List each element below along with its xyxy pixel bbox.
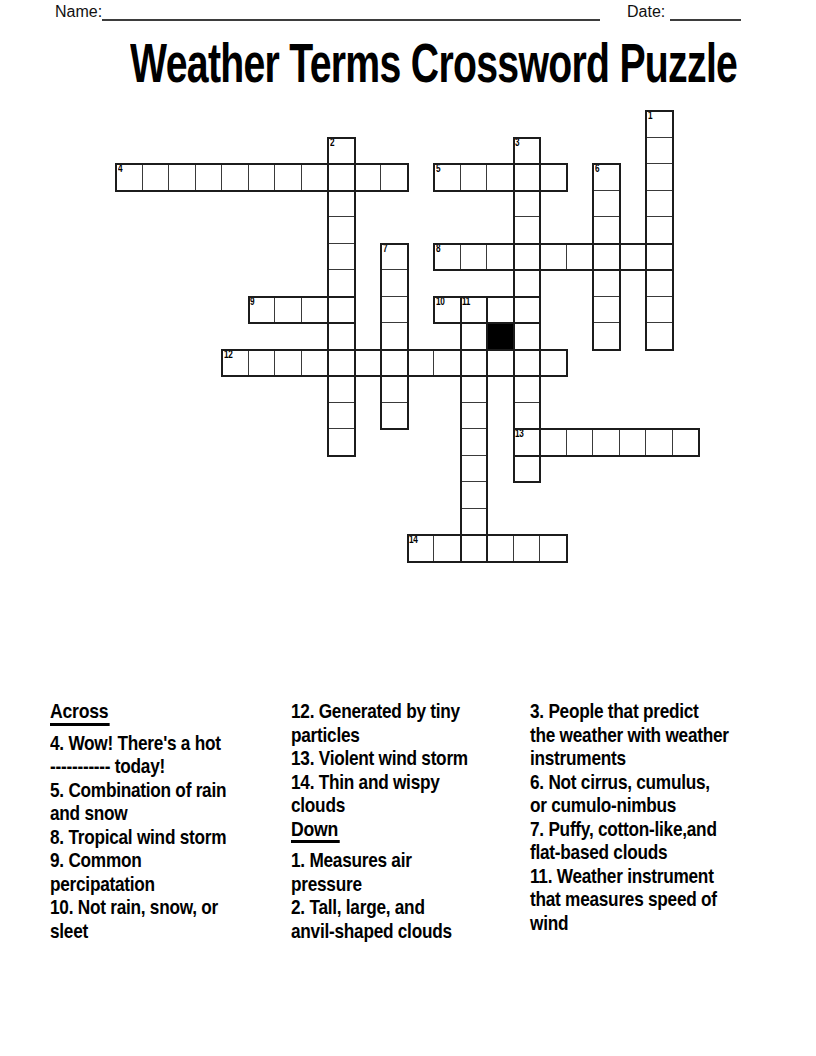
grid-cell[interactable] (645, 428, 674, 457)
clue-9: 9. Commonpercipatation (50, 848, 226, 895)
grid-cell[interactable] (460, 402, 489, 431)
grid-cell[interactable] (142, 163, 171, 192)
clue-4: 4. Wow! There's a hot----------- today! (50, 731, 226, 778)
clue-5: 5. Combination of rainand snow (50, 778, 226, 825)
grid-cell[interactable] (380, 349, 409, 378)
grid-cell[interactable] (460, 163, 489, 192)
grid-cell[interactable] (460, 481, 489, 510)
grid-cell[interactable] (592, 322, 621, 351)
grid-cell[interactable]: 3 (513, 137, 542, 166)
grid-cell[interactable] (592, 428, 621, 457)
clue-10: 10. Not rain, snow, orsleet (50, 895, 226, 942)
grid-cell[interactable] (592, 216, 621, 245)
grid-cell[interactable] (460, 428, 489, 457)
grid-cell[interactable] (645, 269, 674, 298)
grid-cell[interactable] (486, 243, 515, 272)
grid-cell[interactable] (327, 216, 356, 245)
grid-cell[interactable]: 6 (592, 163, 621, 192)
cell-number: 1 (648, 110, 652, 121)
cell-number: 9 (250, 296, 254, 307)
grid-cell[interactable] (274, 163, 303, 192)
grid-cell[interactable] (592, 190, 621, 219)
grid-cell[interactable] (513, 243, 542, 272)
down-heading-row: Down (291, 817, 468, 844)
clue-11: 11. Weather instrumentthat measures spee… (530, 864, 729, 935)
grid-cell[interactable] (513, 402, 542, 431)
grid-cell[interactable] (539, 534, 568, 563)
grid-cell[interactable] (327, 243, 356, 272)
grid-cell[interactable] (672, 428, 701, 457)
grid-cell[interactable] (460, 455, 489, 484)
grid-cell[interactable] (513, 455, 542, 484)
grid-cell[interactable] (248, 349, 277, 378)
grid-cell[interactable] (645, 216, 674, 245)
cell-number: 5 (436, 163, 440, 174)
cell-number: 13 (515, 428, 523, 439)
clue-13: 13. Violent wind storm (291, 746, 468, 770)
grid-cell[interactable] (513, 216, 542, 245)
grid-cell[interactable] (380, 269, 409, 298)
clue-2: 2. Tall, large, andanvil-shaped clouds (291, 895, 468, 942)
clue-column-2: 12. Generated by tinyparticles13. Violen… (291, 699, 468, 942)
across-heading: Across (50, 699, 110, 726)
grid-cell[interactable] (301, 349, 330, 378)
clue-3: 3. People that predictthe weather with w… (530, 699, 729, 770)
cell-number: 11 (462, 296, 470, 307)
grid-cell[interactable] (433, 349, 462, 378)
grid-cell[interactable] (274, 296, 303, 325)
cell-number: 14 (409, 534, 417, 545)
across-heading-row: Across (50, 699, 226, 726)
grid-cell[interactable] (486, 349, 515, 378)
grid-cell[interactable] (513, 269, 542, 298)
clue-7: 7. Puffy, cotton-like,andflat-based clou… (530, 817, 729, 864)
grid-cell[interactable] (221, 163, 250, 192)
grid-cell[interactable] (645, 243, 674, 272)
grid-cell[interactable] (327, 428, 356, 457)
grid-cell[interactable]: 9 (248, 296, 277, 325)
grid-cell[interactable] (460, 534, 489, 563)
cell-number: 12 (224, 349, 232, 360)
grid-cell[interactable] (486, 534, 515, 563)
grid-cell[interactable] (327, 349, 356, 378)
grid-cell[interactable] (513, 296, 542, 325)
grid-cell[interactable] (380, 163, 409, 192)
grid-cell[interactable]: 8 (433, 243, 462, 272)
cell-number: 7 (383, 243, 387, 254)
grid-cell[interactable] (407, 349, 436, 378)
grid-cell[interactable] (539, 428, 568, 457)
grid-cell[interactable] (327, 190, 356, 219)
grid-cell[interactable] (619, 428, 648, 457)
grid-cell[interactable] (327, 296, 356, 325)
grid-cell[interactable] (645, 322, 674, 351)
grid-cell[interactable] (566, 243, 595, 272)
cell-number: 3 (515, 137, 519, 148)
cell-number: 8 (436, 243, 440, 254)
grid-cell[interactable] (327, 375, 356, 404)
grid-cell[interactable] (327, 402, 356, 431)
grid-cell[interactable] (513, 534, 542, 563)
grid-cell[interactable] (539, 243, 568, 272)
grid-cell[interactable] (566, 428, 595, 457)
clue-1: 1. Measures airpressure (291, 848, 468, 895)
down-heading: Down (291, 817, 340, 844)
worksheet-page: { "header": { "name_label": "Name:", "da… (0, 0, 816, 1056)
grid-cell[interactable]: 1 (645, 110, 674, 139)
cell-number: 10 (436, 296, 444, 307)
grid-cell[interactable] (645, 190, 674, 219)
grid-cell[interactable] (486, 163, 515, 192)
grid-cell[interactable] (645, 163, 674, 192)
page-title: Weather Terms Crossword Puzzle (0, 36, 816, 90)
black-cell (486, 322, 515, 351)
clue-column-1: Across4. Wow! There's a hot----------- t… (50, 699, 226, 942)
grid-cell[interactable]: 12 (221, 349, 250, 378)
grid-cell[interactable] (513, 375, 542, 404)
grid-cell[interactable]: 11 (460, 296, 489, 325)
date-label: Date: (627, 3, 665, 21)
grid-cell[interactable] (460, 508, 489, 537)
grid-cell[interactable] (380, 296, 409, 325)
grid-cell[interactable] (274, 349, 303, 378)
clue-14: 14. Thin and wispyclouds (291, 770, 468, 817)
grid-cell[interactable]: 7 (380, 243, 409, 272)
grid-cell[interactable] (380, 322, 409, 351)
grid-cell[interactable] (460, 349, 489, 378)
grid-cell[interactable] (539, 163, 568, 192)
grid-cell[interactable] (460, 375, 489, 404)
grid-cell[interactable] (486, 296, 515, 325)
grid-cell[interactable] (513, 163, 542, 192)
cell-number: 6 (595, 163, 599, 174)
grid-cell[interactable] (327, 163, 356, 192)
grid-cell[interactable]: 2 (327, 137, 356, 166)
grid-cell[interactable] (592, 243, 621, 272)
grid-cell[interactable] (513, 349, 542, 378)
cell-number: 4 (118, 163, 122, 174)
grid-cell[interactable]: 13 (513, 428, 542, 457)
grid-cell[interactable] (513, 190, 542, 219)
name-label: Name: (55, 3, 102, 21)
grid-cell[interactable] (327, 269, 356, 298)
grid-cell[interactable] (354, 349, 383, 378)
grid-cell[interactable] (592, 296, 621, 325)
grid-cell[interactable] (460, 322, 489, 351)
clue-column-3: 3. People that predictthe weather with w… (530, 699, 729, 934)
grid-cell[interactable]: 4 (115, 163, 144, 192)
crossword-grid: 1234567891011121314 (115, 110, 702, 565)
grid-cell[interactable] (460, 243, 489, 272)
clue-8: 8. Tropical wind storm (50, 825, 226, 849)
grid-cell[interactable] (380, 375, 409, 404)
grid-cell[interactable] (354, 163, 383, 192)
grid-cell[interactable] (433, 534, 462, 563)
name-blank-line[interactable] (102, 2, 600, 21)
grid-cell[interactable]: 5 (433, 163, 462, 192)
grid-cell[interactable] (539, 349, 568, 378)
grid-cell[interactable] (619, 243, 648, 272)
clue-12: 12. Generated by tinyparticles (291, 699, 468, 746)
grid-cell[interactable] (380, 402, 409, 431)
grid-cell[interactable] (248, 163, 277, 192)
grid-cell[interactable] (592, 269, 621, 298)
grid-cell[interactable] (327, 322, 356, 351)
grid-cell[interactable] (168, 163, 197, 192)
grid-cell[interactable] (645, 137, 674, 166)
grid-cell[interactable] (513, 322, 542, 351)
grid-cell[interactable]: 10 (433, 296, 462, 325)
clue-6: 6. Not cirrus, cumulus,or cumulo-nimbus (530, 770, 729, 817)
grid-cell[interactable]: 14 (407, 534, 436, 563)
cell-number: 2 (330, 137, 334, 148)
grid-cell[interactable] (301, 296, 330, 325)
date-blank-line[interactable] (670, 2, 741, 21)
grid-cell[interactable] (301, 163, 330, 192)
grid-cell[interactable] (645, 296, 674, 325)
grid-cell[interactable] (195, 163, 224, 192)
